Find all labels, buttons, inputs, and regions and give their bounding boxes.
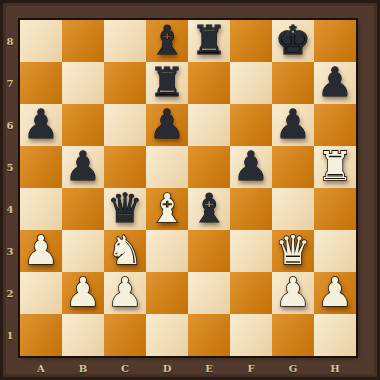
square-e7[interactable] <box>188 62 230 104</box>
square-b6[interactable] <box>62 104 104 146</box>
black-queen[interactable]: ♛ <box>107 188 143 228</box>
square-a4[interactable] <box>20 188 62 230</box>
square-g8[interactable]: ♚ <box>272 20 314 62</box>
rank-label-6: 6 <box>0 104 20 146</box>
square-c3[interactable]: ♞ <box>104 230 146 272</box>
chess-board: ♝♜♚♜♟♟♟♟♟♟♜♛♝♝♟♞♛♟♟♟♟ <box>20 20 356 356</box>
square-h7[interactable]: ♟ <box>314 62 356 104</box>
square-g7[interactable] <box>272 62 314 104</box>
white-pawn[interactable]: ♟ <box>317 272 353 312</box>
black-bishop[interactable]: ♝ <box>149 20 185 60</box>
white-pawn[interactable]: ♟ <box>275 272 311 312</box>
black-pawn[interactable]: ♟ <box>317 62 353 102</box>
file-label-a: A <box>20 356 62 380</box>
square-a7[interactable] <box>20 62 62 104</box>
square-e5[interactable] <box>188 146 230 188</box>
white-knight[interactable]: ♞ <box>107 230 143 270</box>
square-g6[interactable]: ♟ <box>272 104 314 146</box>
square-d1[interactable] <box>146 314 188 356</box>
square-b8[interactable] <box>62 20 104 62</box>
black-pawn[interactable]: ♟ <box>65 146 101 186</box>
rank-label-2: 2 <box>0 272 20 314</box>
square-f1[interactable] <box>230 314 272 356</box>
square-f6[interactable] <box>230 104 272 146</box>
file-label-b: B <box>62 356 104 380</box>
square-d4[interactable]: ♝ <box>146 188 188 230</box>
square-a2[interactable] <box>20 272 62 314</box>
square-f7[interactable] <box>230 62 272 104</box>
rank-label-1: 1 <box>0 314 20 356</box>
square-a5[interactable] <box>20 146 62 188</box>
square-d3[interactable] <box>146 230 188 272</box>
file-label-c: C <box>104 356 146 380</box>
square-b4[interactable] <box>62 188 104 230</box>
square-b3[interactable] <box>62 230 104 272</box>
white-pawn[interactable]: ♟ <box>65 272 101 312</box>
square-h3[interactable] <box>314 230 356 272</box>
rank-label-4: 4 <box>0 188 20 230</box>
square-g2[interactable]: ♟ <box>272 272 314 314</box>
rank-label-3: 3 <box>0 230 20 272</box>
square-e6[interactable] <box>188 104 230 146</box>
square-c6[interactable] <box>104 104 146 146</box>
square-g4[interactable] <box>272 188 314 230</box>
square-c4[interactable]: ♛ <box>104 188 146 230</box>
white-queen[interactable]: ♛ <box>275 230 311 270</box>
square-e3[interactable] <box>188 230 230 272</box>
square-b7[interactable] <box>62 62 104 104</box>
file-label-g: G <box>272 356 314 380</box>
file-label-d: D <box>146 356 188 380</box>
square-b5[interactable]: ♟ <box>62 146 104 188</box>
square-f4[interactable] <box>230 188 272 230</box>
square-f5[interactable]: ♟ <box>230 146 272 188</box>
black-king[interactable]: ♚ <box>275 20 311 60</box>
square-h4[interactable] <box>314 188 356 230</box>
chess-board-frame: ♝♜♚♜♟♟♟♟♟♟♜♛♝♝♟♞♛♟♟♟♟ 87654321ABCDEFGH <box>0 0 380 380</box>
black-rook[interactable]: ♜ <box>191 20 227 60</box>
square-f3[interactable] <box>230 230 272 272</box>
square-a6[interactable]: ♟ <box>20 104 62 146</box>
file-label-h: H <box>314 356 356 380</box>
square-a8[interactable] <box>20 20 62 62</box>
square-h8[interactable] <box>314 20 356 62</box>
square-c7[interactable] <box>104 62 146 104</box>
square-d5[interactable] <box>146 146 188 188</box>
square-e1[interactable] <box>188 314 230 356</box>
square-g1[interactable] <box>272 314 314 356</box>
square-f2[interactable] <box>230 272 272 314</box>
file-label-e: E <box>188 356 230 380</box>
square-b2[interactable]: ♟ <box>62 272 104 314</box>
white-bishop[interactable]: ♝ <box>149 188 185 228</box>
square-d2[interactable] <box>146 272 188 314</box>
rank-label-8: 8 <box>0 20 20 62</box>
black-bishop[interactable]: ♝ <box>191 188 227 228</box>
white-pawn[interactable]: ♟ <box>23 230 59 270</box>
square-e8[interactable]: ♜ <box>188 20 230 62</box>
square-g5[interactable] <box>272 146 314 188</box>
square-c5[interactable] <box>104 146 146 188</box>
square-h2[interactable]: ♟ <box>314 272 356 314</box>
square-a3[interactable]: ♟ <box>20 230 62 272</box>
square-a1[interactable] <box>20 314 62 356</box>
square-d6[interactable]: ♟ <box>146 104 188 146</box>
rank-label-7: 7 <box>0 62 20 104</box>
black-pawn[interactable]: ♟ <box>23 104 59 144</box>
white-pawn[interactable]: ♟ <box>107 272 143 312</box>
black-rook[interactable]: ♜ <box>149 62 185 102</box>
square-d7[interactable]: ♜ <box>146 62 188 104</box>
black-pawn[interactable]: ♟ <box>275 104 311 144</box>
square-g3[interactable]: ♛ <box>272 230 314 272</box>
white-rook[interactable]: ♜ <box>317 146 353 186</box>
square-e4[interactable]: ♝ <box>188 188 230 230</box>
square-c2[interactable]: ♟ <box>104 272 146 314</box>
file-label-f: F <box>230 356 272 380</box>
square-h5[interactable]: ♜ <box>314 146 356 188</box>
square-h1[interactable] <box>314 314 356 356</box>
black-pawn[interactable]: ♟ <box>149 104 185 144</box>
square-c1[interactable] <box>104 314 146 356</box>
square-c8[interactable] <box>104 20 146 62</box>
rank-label-5: 5 <box>0 146 20 188</box>
square-d8[interactable]: ♝ <box>146 20 188 62</box>
square-e2[interactable] <box>188 272 230 314</box>
black-pawn[interactable]: ♟ <box>233 146 269 186</box>
square-h6[interactable] <box>314 104 356 146</box>
square-f8[interactable] <box>230 20 272 62</box>
square-b1[interactable] <box>62 314 104 356</box>
